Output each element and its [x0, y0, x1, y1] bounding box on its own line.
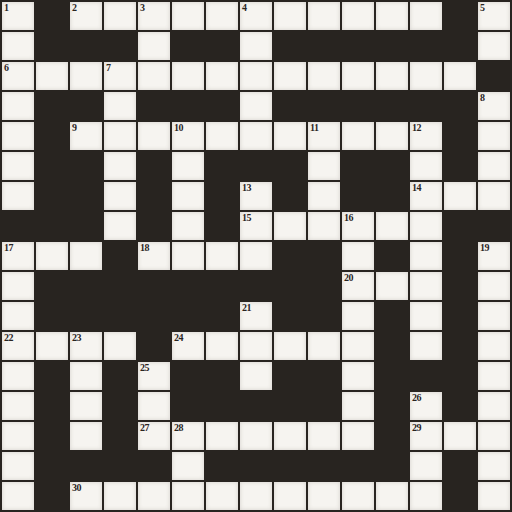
cell-r16-c12[interactable]: [410, 482, 442, 510]
cell-r15-c9: [308, 452, 340, 480]
cell-r6-c2: [70, 182, 102, 210]
cell-r9-c0[interactable]: [2, 272, 34, 300]
cell-r16-c9[interactable]: [308, 482, 340, 510]
cell-r5-c5[interactable]: [172, 152, 204, 180]
clue-number-22: 22: [4, 332, 13, 343]
cell-r12-c2[interactable]: [70, 362, 102, 390]
cell-r3-c2: [70, 92, 102, 120]
cell-r1-c7[interactable]: [240, 32, 272, 60]
cell-r2-c3[interactable]: 7: [104, 62, 136, 90]
cell-r9-c11[interactable]: [376, 272, 408, 300]
cell-r12-c10[interactable]: [342, 362, 374, 390]
cell-r8-c4[interactable]: 18: [138, 242, 170, 270]
clue-number-20: 20: [344, 272, 353, 283]
clue-number-29: 29: [412, 422, 421, 433]
cell-r3-c6: [206, 92, 238, 120]
cell-r14-c0[interactable]: [2, 422, 34, 450]
cell-r2-c9[interactable]: [308, 62, 340, 90]
cell-r9-c5: [172, 272, 204, 300]
clue-number-18: 18: [140, 242, 149, 253]
cell-r6-c11: [376, 182, 408, 210]
cell-r7-c2: [70, 212, 102, 240]
cell-r2-c4[interactable]: [138, 62, 170, 90]
cell-r12-c4[interactable]: 25: [138, 362, 170, 390]
cell-r4-c10[interactable]: [342, 122, 374, 150]
clue-number-23: 23: [72, 332, 81, 343]
cell-r0-c8[interactable]: [274, 2, 306, 30]
cell-r14-c6[interactable]: [206, 422, 238, 450]
cell-r7-c9[interactable]: [308, 212, 340, 240]
cell-r6-c13[interactable]: [444, 182, 476, 210]
cell-r9-c9: [308, 272, 340, 300]
cell-r3-c12: [410, 92, 442, 120]
cell-r5-c1: [36, 152, 68, 180]
clue-number-26: 26: [412, 392, 421, 403]
cell-r10-c4: [138, 302, 170, 330]
cell-r7-c7[interactable]: 15: [240, 212, 272, 240]
cell-r10-c2: [70, 302, 102, 330]
cell-r14-c7[interactable]: [240, 422, 272, 450]
cell-r2-c8[interactable]: [274, 62, 306, 90]
cell-r12-c14[interactable]: [478, 362, 510, 390]
clue-number-9: 9: [72, 122, 77, 133]
cell-r14-c2[interactable]: [70, 422, 102, 450]
cell-r12-c0[interactable]: [2, 362, 34, 390]
cell-r3-c4: [138, 92, 170, 120]
cell-r16-c1: [36, 482, 68, 510]
cell-r3-c13: [444, 92, 476, 120]
clue-number-1: 1: [4, 2, 9, 13]
cell-r8-c11: [376, 242, 408, 270]
cell-r4-c1: [36, 122, 68, 150]
cell-r1-c2: [70, 32, 102, 60]
cell-r0-c6[interactable]: [206, 2, 238, 30]
cell-r0-c0[interactable]: 1: [2, 2, 34, 30]
cell-r13-c14[interactable]: [478, 392, 510, 420]
cell-r8-c7[interactable]: [240, 242, 272, 270]
cell-r16-c8[interactable]: [274, 482, 306, 510]
cell-r9-c6: [206, 272, 238, 300]
cell-r2-c2[interactable]: [70, 62, 102, 90]
cell-r15-c7: [240, 452, 272, 480]
cell-r5-c10: [342, 152, 374, 180]
clue-number-30: 30: [72, 482, 81, 493]
clue-number-24: 24: [174, 332, 183, 343]
cell-r11-c8[interactable]: [274, 332, 306, 360]
cell-r0-c14[interactable]: 5: [478, 2, 510, 30]
cell-r14-c12[interactable]: 29: [410, 422, 442, 450]
cell-r5-c0[interactable]: [2, 152, 34, 180]
clue-number-13: 13: [242, 182, 251, 193]
cell-r7-c3[interactable]: [104, 212, 136, 240]
cell-r14-c11: [376, 422, 408, 450]
cell-r16-c10[interactable]: [342, 482, 374, 510]
cell-r12-c11: [376, 362, 408, 390]
cell-r5-c2: [70, 152, 102, 180]
cell-r6-c3[interactable]: [104, 182, 136, 210]
cell-r11-c9[interactable]: [308, 332, 340, 360]
cell-r7-c14: [478, 212, 510, 240]
cell-r0-c11[interactable]: [376, 2, 408, 30]
cell-r0-c1: [36, 2, 68, 30]
cell-r10-c8: [274, 302, 306, 330]
cell-r7-c11[interactable]: [376, 212, 408, 240]
cell-r6-c7[interactable]: 13: [240, 182, 272, 210]
clue-number-2: 2: [72, 2, 77, 13]
cell-r15-c2: [70, 452, 102, 480]
cell-r8-c1[interactable]: [36, 242, 68, 270]
clue-number-7: 7: [106, 62, 111, 73]
cell-r6-c10: [342, 182, 374, 210]
cell-r15-c3: [104, 452, 136, 480]
cell-r12-c8: [274, 362, 306, 390]
cell-r8-c0[interactable]: 17: [2, 242, 34, 270]
cell-r2-c5[interactable]: [172, 62, 204, 90]
cell-r4-c14[interactable]: [478, 122, 510, 150]
clue-number-25: 25: [140, 362, 149, 373]
cell-r15-c6: [206, 452, 238, 480]
cell-r1-c6: [206, 32, 238, 60]
clue-number-28: 28: [174, 422, 183, 433]
cell-r1-c14[interactable]: [478, 32, 510, 60]
cell-r0-c12[interactable]: [410, 2, 442, 30]
cell-r5-c12[interactable]: [410, 152, 442, 180]
cell-r3-c9: [308, 92, 340, 120]
cell-r14-c10[interactable]: [342, 422, 374, 450]
cell-r1-c4[interactable]: [138, 32, 170, 60]
cell-r0-c13: [444, 2, 476, 30]
cell-r12-c13: [444, 362, 476, 390]
cell-r2-c13[interactable]: [444, 62, 476, 90]
cell-r8-c8: [274, 242, 306, 270]
cell-r12-c9: [308, 362, 340, 390]
clue-number-14: 14: [412, 182, 421, 193]
clue-number-6: 6: [4, 62, 9, 73]
cell-r16-c3[interactable]: [104, 482, 136, 510]
cell-r11-c10[interactable]: [342, 332, 374, 360]
cell-r14-c14[interactable]: [478, 422, 510, 450]
cell-r15-c10: [342, 452, 374, 480]
cell-r7-c6: [206, 212, 238, 240]
cell-r4-c0[interactable]: [2, 122, 34, 150]
cell-r2-c11[interactable]: [376, 62, 408, 90]
cell-r4-c3[interactable]: [104, 122, 136, 150]
clue-number-10: 10: [174, 122, 183, 133]
cell-r16-c6[interactable]: [206, 482, 238, 510]
cell-r11-c11: [376, 332, 408, 360]
cell-r10-c5: [172, 302, 204, 330]
cell-r6-c0[interactable]: [2, 182, 34, 210]
cell-r14-c3: [104, 422, 136, 450]
cell-r5-c7: [240, 152, 272, 180]
cell-r12-c1: [36, 362, 68, 390]
cell-r5-c8: [274, 152, 306, 180]
cell-r6-c12[interactable]: 14: [410, 182, 442, 210]
clue-number-12: 12: [412, 122, 421, 133]
cell-r14-c1: [36, 422, 68, 450]
cell-r7-c0: [2, 212, 34, 240]
cell-r9-c4: [138, 272, 170, 300]
cell-r1-c8: [274, 32, 306, 60]
cell-r16-c13: [444, 482, 476, 510]
cell-r4-c13: [444, 122, 476, 150]
cell-r0-c2[interactable]: 2: [70, 2, 102, 30]
cell-r10-c0[interactable]: [2, 302, 34, 330]
cell-r11-c5[interactable]: 24: [172, 332, 204, 360]
cell-r9-c13: [444, 272, 476, 300]
cell-r10-c14[interactable]: [478, 302, 510, 330]
cell-r9-c12[interactable]: [410, 272, 442, 300]
cell-r14-c5[interactable]: 28: [172, 422, 204, 450]
cell-r13-c1: [36, 392, 68, 420]
cell-r11-c14[interactable]: [478, 332, 510, 360]
cell-r3-c14[interactable]: 8: [478, 92, 510, 120]
cell-r7-c10[interactable]: 16: [342, 212, 374, 240]
clue-number-4: 4: [242, 2, 247, 13]
clue-number-17: 17: [4, 242, 13, 253]
cell-r10-c11: [376, 302, 408, 330]
cell-r15-c0[interactable]: [2, 452, 34, 480]
clue-number-8: 8: [480, 92, 485, 103]
cell-r13-c11: [376, 392, 408, 420]
cell-r0-c9[interactable]: [308, 2, 340, 30]
cell-r7-c4: [138, 212, 170, 240]
cell-r10-c6: [206, 302, 238, 330]
cell-r15-c14[interactable]: [478, 452, 510, 480]
cell-r12-c5: [172, 362, 204, 390]
cell-r13-c8: [274, 392, 306, 420]
clue-number-5: 5: [480, 2, 485, 13]
cell-r6-c14[interactable]: [478, 182, 510, 210]
cell-r7-c1: [36, 212, 68, 240]
cell-r5-c6: [206, 152, 238, 180]
cell-r11-c12[interactable]: [410, 332, 442, 360]
cell-r8-c2[interactable]: [70, 242, 102, 270]
cell-r1-c0[interactable]: [2, 32, 34, 60]
cell-r11-c1[interactable]: [36, 332, 68, 360]
clue-number-27: 27: [140, 422, 149, 433]
cell-r8-c3: [104, 242, 136, 270]
cell-r1-c1: [36, 32, 68, 60]
cell-r8-c9: [308, 242, 340, 270]
cell-r13-c0[interactable]: [2, 392, 34, 420]
cell-r5-c9[interactable]: [308, 152, 340, 180]
cell-r12-c3: [104, 362, 136, 390]
cell-r1-c5: [172, 32, 204, 60]
cell-r5-c13: [444, 152, 476, 180]
cell-r12-c6: [206, 362, 238, 390]
cell-r13-c3: [104, 392, 136, 420]
cell-r9-c7: [240, 272, 272, 300]
cell-r14-c9[interactable]: [308, 422, 340, 450]
cell-r2-c10[interactable]: [342, 62, 374, 90]
cell-r11-c0[interactable]: 22: [2, 332, 34, 360]
cell-r2-c12[interactable]: [410, 62, 442, 90]
cell-r9-c14[interactable]: [478, 272, 510, 300]
cell-r6-c6: [206, 182, 238, 210]
cell-r7-c12[interactable]: [410, 212, 442, 240]
cell-r9-c10[interactable]: 20: [342, 272, 374, 300]
cell-r13-c4[interactable]: [138, 392, 170, 420]
cell-r5-c3[interactable]: [104, 152, 136, 180]
clue-number-11: 11: [310, 122, 318, 133]
cell-r14-c13[interactable]: [444, 422, 476, 450]
cell-r0-c10[interactable]: [342, 2, 374, 30]
cell-r3-c7[interactable]: [240, 92, 272, 120]
cell-r9-c2: [70, 272, 102, 300]
cell-r0-c3[interactable]: [104, 2, 136, 30]
cell-r12-c12: [410, 362, 442, 390]
cell-r2-c0[interactable]: 6: [2, 62, 34, 90]
cell-r10-c12[interactable]: [410, 302, 442, 330]
cell-r16-c0[interactable]: [2, 482, 34, 510]
cell-r16-c4[interactable]: [138, 482, 170, 510]
cell-r4-c4[interactable]: [138, 122, 170, 150]
cell-r3-c3[interactable]: [104, 92, 136, 120]
cell-r15-c13: [444, 452, 476, 480]
cell-r3-c10: [342, 92, 374, 120]
clue-number-21: 21: [242, 302, 251, 313]
cell-r9-c3: [104, 272, 136, 300]
cell-r5-c14[interactable]: [478, 152, 510, 180]
cell-r15-c8: [274, 452, 306, 480]
cell-r3-c5: [172, 92, 204, 120]
cell-r0-c5[interactable]: [172, 2, 204, 30]
cell-r1-c12: [410, 32, 442, 60]
cell-r1-c9: [308, 32, 340, 60]
cell-r9-c1: [36, 272, 68, 300]
crossword-board: 1234567891011121314151617181920212223242…: [0, 0, 512, 512]
cell-r4-c12[interactable]: 12: [410, 122, 442, 150]
cell-r8-c14[interactable]: 19: [478, 242, 510, 270]
cell-r4-c8[interactable]: [274, 122, 306, 150]
cell-r8-c12[interactable]: [410, 242, 442, 270]
cell-r6-c4: [138, 182, 170, 210]
cell-r11-c2[interactable]: 23: [70, 332, 102, 360]
cell-r11-c13: [444, 332, 476, 360]
cell-r13-c13: [444, 392, 476, 420]
cell-r3-c11: [376, 92, 408, 120]
cell-r15-c12[interactable]: [410, 452, 442, 480]
cell-r2-c14: [478, 62, 510, 90]
cell-r0-c7[interactable]: 4: [240, 2, 272, 30]
cell-r12-c7[interactable]: [240, 362, 272, 390]
cell-r3-c0[interactable]: [2, 92, 34, 120]
cell-r15-c5[interactable]: [172, 452, 204, 480]
cell-r13-c10[interactable]: [342, 392, 374, 420]
cell-r11-c3[interactable]: [104, 332, 136, 360]
cell-r1-c11: [376, 32, 408, 60]
cell-r7-c13: [444, 212, 476, 240]
cell-r11-c4: [138, 332, 170, 360]
cell-r16-c11[interactable]: [376, 482, 408, 510]
cell-r8-c5[interactable]: [172, 242, 204, 270]
cell-r7-c8[interactable]: [274, 212, 306, 240]
cell-r1-c3: [104, 32, 136, 60]
cell-r11-c6[interactable]: [206, 332, 238, 360]
cell-r4-c6[interactable]: [206, 122, 238, 150]
cell-r4-c9[interactable]: 11: [308, 122, 340, 150]
cell-r0-c4[interactable]: 3: [138, 2, 170, 30]
cell-r15-c4: [138, 452, 170, 480]
cell-r5-c4: [138, 152, 170, 180]
cell-r4-c2[interactable]: 9: [70, 122, 102, 150]
cell-r10-c1: [36, 302, 68, 330]
cell-r13-c6: [206, 392, 238, 420]
cell-r10-c9: [308, 302, 340, 330]
clue-number-3: 3: [140, 2, 145, 13]
cell-r4-c7[interactable]: [240, 122, 272, 150]
cell-r8-c6[interactable]: [206, 242, 238, 270]
cell-r13-c9: [308, 392, 340, 420]
cell-r2-c7[interactable]: [240, 62, 272, 90]
cell-r5-c11: [376, 152, 408, 180]
cell-r16-c14[interactable]: [478, 482, 510, 510]
cell-r14-c8[interactable]: [274, 422, 306, 450]
cell-r13-c12[interactable]: 26: [410, 392, 442, 420]
cell-r4-c5[interactable]: 10: [172, 122, 204, 150]
cell-r13-c2[interactable]: [70, 392, 102, 420]
cell-r8-c10[interactable]: [342, 242, 374, 270]
cell-r11-c7[interactable]: [240, 332, 272, 360]
cell-r3-c8: [274, 92, 306, 120]
cell-r10-c3: [104, 302, 136, 330]
cell-r6-c9[interactable]: [308, 182, 340, 210]
cell-r7-c5[interactable]: [172, 212, 204, 240]
cell-r15-c11: [376, 452, 408, 480]
cell-r4-c11[interactable]: [376, 122, 408, 150]
cell-r16-c2[interactable]: 30: [70, 482, 102, 510]
cell-r6-c5[interactable]: [172, 182, 204, 210]
cell-r13-c7: [240, 392, 272, 420]
cell-r16-c7[interactable]: [240, 482, 272, 510]
cell-r2-c6[interactable]: [206, 62, 238, 90]
cell-r13-c5: [172, 392, 204, 420]
cell-r2-c1[interactable]: [36, 62, 68, 90]
cell-r3-c1: [36, 92, 68, 120]
cell-r1-c10: [342, 32, 374, 60]
clue-number-19: 19: [480, 242, 489, 253]
cell-r10-c13: [444, 302, 476, 330]
clue-number-16: 16: [344, 212, 353, 223]
cell-r6-c8: [274, 182, 306, 210]
cell-r10-c7[interactable]: 21: [240, 302, 272, 330]
cell-r8-c13: [444, 242, 476, 270]
cell-r15-c1: [36, 452, 68, 480]
clue-number-15: 15: [242, 212, 251, 223]
cell-r16-c5[interactable]: [172, 482, 204, 510]
cell-r14-c4[interactable]: 27: [138, 422, 170, 450]
cell-r10-c10[interactable]: [342, 302, 374, 330]
cell-r1-c13: [444, 32, 476, 60]
cell-r9-c8: [274, 272, 306, 300]
cell-r6-c1: [36, 182, 68, 210]
